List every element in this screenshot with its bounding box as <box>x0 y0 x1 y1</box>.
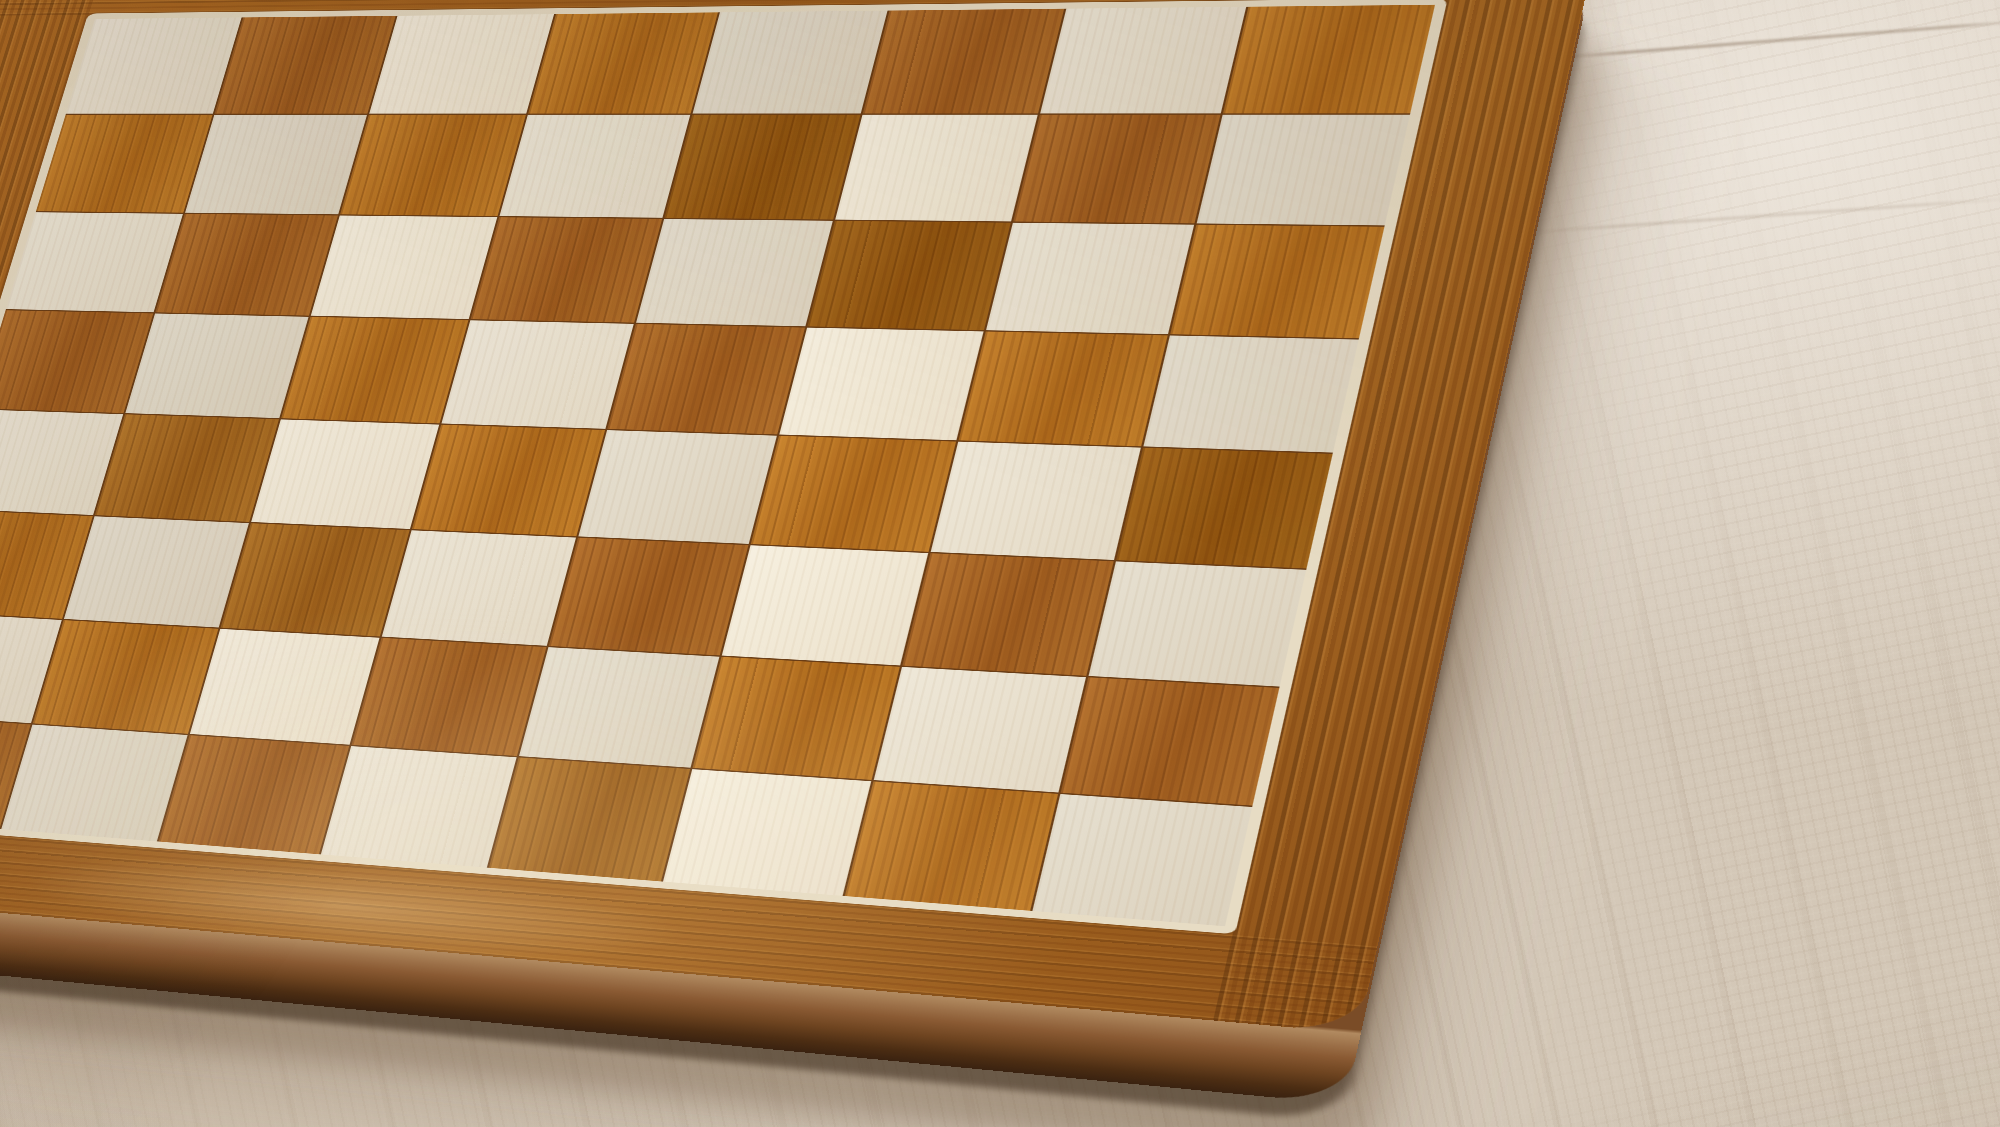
gloss-sheen <box>0 0 1603 1033</box>
scene <box>0 0 2000 1127</box>
chessboard <box>0 0 1603 1033</box>
